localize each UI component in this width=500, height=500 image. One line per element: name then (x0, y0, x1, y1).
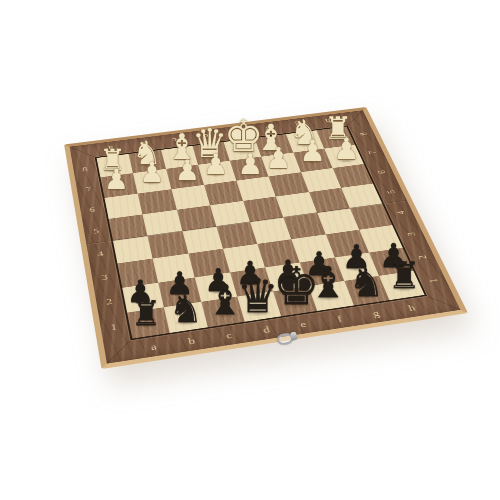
board-shadow-wrap: abcdefgh abcdefgh 87654321 87654321 (0, 0, 500, 500)
file-label-f: f (319, 309, 361, 329)
square-a1 (127, 307, 170, 338)
rank-label-7: 7 (77, 178, 100, 201)
frame-miter-joint (103, 339, 135, 363)
rank-label-8: 8 (74, 158, 96, 180)
board-frame: abcdefgh abcdefgh 87654321 87654321 (70, 110, 461, 363)
rank-label-4: 4 (88, 241, 113, 267)
file-label-h: h (391, 298, 433, 318)
rank-label-1: 1 (101, 313, 127, 342)
rank-label-6: 6 (81, 198, 104, 222)
product-photo-scene: abcdefgh abcdefgh 87654321 87654321 ♜♞♝♚… (0, 0, 500, 500)
file-label-a: a (133, 336, 174, 357)
file-label-e: e (282, 314, 324, 335)
rank-label-2: 2 (96, 288, 122, 316)
chess-board: abcdefgh abcdefgh 87654321 87654321 (64, 107, 468, 369)
file-label-b: b (171, 331, 213, 352)
rank-label-3: 3 (92, 264, 117, 291)
file-label-g: g (355, 303, 397, 323)
clasp-anchor (278, 332, 297, 340)
file-label-c: c (208, 325, 250, 346)
